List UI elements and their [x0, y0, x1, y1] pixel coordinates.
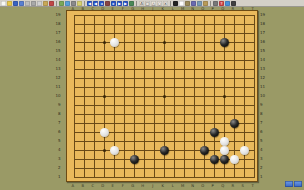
open-folder-icon[interactable]	[7, 1, 12, 6]
about-icon[interactable]	[225, 1, 230, 6]
col-label-top: A	[69, 7, 77, 11]
col-label-bottom: H	[139, 184, 147, 188]
stone-black-P6[interactable]	[210, 128, 219, 137]
mark-triangle-icon[interactable]: △	[151, 1, 156, 6]
col-label-bottom: T	[249, 184, 257, 188]
col-label-top: S	[239, 7, 247, 11]
col-label-top: D	[99, 7, 107, 11]
col-label-top: B	[79, 7, 87, 11]
col-label-bottom: J	[149, 184, 157, 188]
row-label-left: 3	[51, 157, 61, 161]
row-label-right: 16	[260, 40, 270, 44]
exit-icon[interactable]	[231, 1, 236, 6]
toolbar-separator	[56, 1, 57, 6]
row-label-right: 15	[260, 49, 270, 53]
col-label-top: E	[109, 7, 117, 11]
row-label-right: 5	[260, 139, 270, 143]
row-label-left: 19	[51, 13, 61, 17]
print-icon[interactable]	[25, 1, 30, 6]
mark-letter-icon[interactable]: A	[139, 1, 144, 6]
stone-white-S4[interactable]	[240, 146, 249, 155]
row-label-left: 2	[51, 166, 61, 170]
stone-white-R3[interactable]	[230, 155, 239, 164]
col-label-bottom: O	[199, 184, 207, 188]
stone-white-E16[interactable]	[110, 38, 119, 47]
comment-icon[interactable]	[77, 1, 82, 6]
toolbar-separator	[170, 1, 171, 6]
row-label-left: 17	[51, 31, 61, 35]
col-label-top: G	[129, 7, 137, 11]
col-label-bottom: R	[229, 184, 237, 188]
black-stone-tool-icon[interactable]	[173, 1, 178, 6]
toolbar-separator	[210, 1, 211, 6]
pass-icon[interactable]	[129, 1, 134, 6]
save-icon[interactable]	[13, 1, 18, 6]
game-info-icon[interactable]	[65, 1, 70, 6]
col-label-bottom: M	[179, 184, 187, 188]
col-label-top: R	[229, 7, 237, 11]
row-label-left: 18	[51, 22, 61, 26]
row-label-right: 8	[260, 112, 270, 116]
row-label-right: 17	[260, 31, 270, 35]
col-label-top: K	[159, 7, 167, 11]
stone-black-G3[interactable]	[130, 155, 139, 164]
col-label-bottom: B	[79, 184, 87, 188]
col-label-bottom: P	[209, 184, 217, 188]
col-label-bottom: S	[239, 184, 247, 188]
col-label-bottom: L	[169, 184, 177, 188]
row-label-left: 1	[51, 175, 61, 179]
row-label-right: 14	[260, 58, 270, 62]
row-label-left: 5	[51, 139, 61, 143]
toolbar-separator	[84, 1, 85, 6]
col-label-bottom: E	[109, 184, 117, 188]
score-icon[interactable]	[203, 1, 208, 6]
col-label-top: Q	[219, 7, 227, 11]
col-label-bottom: Q	[219, 184, 227, 188]
star-point	[163, 95, 166, 98]
row-label-right: 13	[260, 67, 270, 71]
corner-button-left[interactable]	[285, 181, 293, 187]
row-label-right: 6	[260, 130, 270, 134]
stone-black-Q16[interactable]	[220, 38, 229, 47]
row-label-left: 4	[51, 148, 61, 152]
tree-view-icon[interactable]	[71, 1, 76, 6]
mark-cross-icon[interactable]: ×	[163, 1, 168, 6]
row-label-left: 10	[51, 94, 61, 98]
stone-white-E4[interactable]	[110, 146, 119, 155]
row-label-right: 2	[260, 166, 270, 170]
row-label-right: 12	[260, 76, 270, 80]
row-label-left: 6	[51, 130, 61, 134]
forward-10-icon[interactable]: ▶	[117, 1, 122, 6]
row-label-left: 15	[51, 49, 61, 53]
new-board-icon[interactable]	[59, 1, 64, 6]
back-10-icon[interactable]: ◀	[93, 1, 98, 6]
mark-square-icon[interactable]: □	[145, 1, 150, 6]
row-label-right: 3	[260, 157, 270, 161]
col-label-bottom: C	[89, 184, 97, 188]
cut-icon[interactable]	[31, 1, 36, 6]
row-label-right: 7	[260, 121, 270, 125]
new-file-icon[interactable]	[1, 1, 6, 6]
col-label-top: O	[199, 7, 207, 11]
col-label-top: H	[139, 7, 147, 11]
settings-icon[interactable]	[213, 1, 218, 6]
stone-black-R7[interactable]	[230, 119, 239, 128]
row-label-left: 9	[51, 103, 61, 107]
next-move-icon[interactable]: ▸	[111, 1, 116, 6]
col-label-bottom: A	[69, 184, 77, 188]
col-label-top: P	[209, 7, 217, 11]
star-point	[103, 95, 106, 98]
col-label-bottom: K	[159, 184, 167, 188]
col-label-bottom: D	[99, 184, 107, 188]
toolbar-separator	[136, 1, 137, 6]
col-label-bottom: G	[129, 184, 137, 188]
stone-black-O4[interactable]	[200, 146, 209, 155]
stone-black-K4[interactable]	[160, 146, 169, 155]
stop-icon[interactable]	[105, 1, 110, 6]
row-label-left: 7	[51, 121, 61, 125]
row-label-left: 14	[51, 58, 61, 62]
col-label-top: M	[179, 7, 187, 11]
copy-icon[interactable]	[37, 1, 42, 6]
col-label-bottom: F	[119, 184, 127, 188]
white-stone-tool-icon[interactable]	[179, 1, 184, 6]
star-point	[223, 95, 226, 98]
star-point	[103, 41, 106, 44]
col-label-top: J	[149, 7, 157, 11]
stone-black-P3[interactable]	[210, 155, 219, 164]
row-label-left: 16	[51, 40, 61, 44]
coords-toggle-icon[interactable]	[185, 1, 190, 6]
stone-white-Q4[interactable]	[220, 146, 229, 155]
row-label-left: 11	[51, 85, 61, 89]
row-label-right: 11	[260, 85, 270, 89]
row-label-right: 18	[260, 22, 270, 26]
delete-icon[interactable]	[49, 1, 54, 6]
row-label-right: 19	[260, 13, 270, 17]
col-label-top: N	[189, 7, 197, 11]
corner-button-right[interactable]	[294, 181, 302, 187]
stone-white-D6[interactable]	[100, 128, 109, 137]
last-move-icon[interactable]: ▶	[123, 1, 128, 6]
stone-black-Q3[interactable]	[220, 155, 229, 164]
stone-white-Q5[interactable]	[220, 137, 229, 146]
row-label-left: 13	[51, 67, 61, 71]
col-label-top: C	[89, 7, 97, 11]
row-label-right: 10	[260, 94, 270, 98]
save-all-icon[interactable]	[19, 1, 24, 6]
move-numbers-icon[interactable]	[191, 1, 196, 6]
col-label-top: F	[119, 7, 127, 11]
row-label-left: 12	[51, 76, 61, 80]
col-label-bottom: N	[189, 184, 197, 188]
mark-circle-icon[interactable]: ○	[157, 1, 162, 6]
first-move-icon[interactable]: ◀	[87, 1, 92, 6]
col-label-top: L	[169, 7, 177, 11]
star-point	[163, 41, 166, 44]
row-label-right: 4	[260, 148, 270, 152]
row-label-right: 9	[260, 103, 270, 107]
paste-icon[interactable]	[43, 1, 48, 6]
row-label-left: 8	[51, 112, 61, 116]
prev-move-icon[interactable]: ◂	[99, 1, 104, 6]
row-label-right: 1	[260, 175, 270, 179]
zoom-in-icon[interactable]	[197, 1, 202, 6]
help-icon[interactable]: ?	[219, 1, 224, 6]
star-point	[103, 149, 106, 152]
col-label-top: T	[249, 7, 257, 11]
